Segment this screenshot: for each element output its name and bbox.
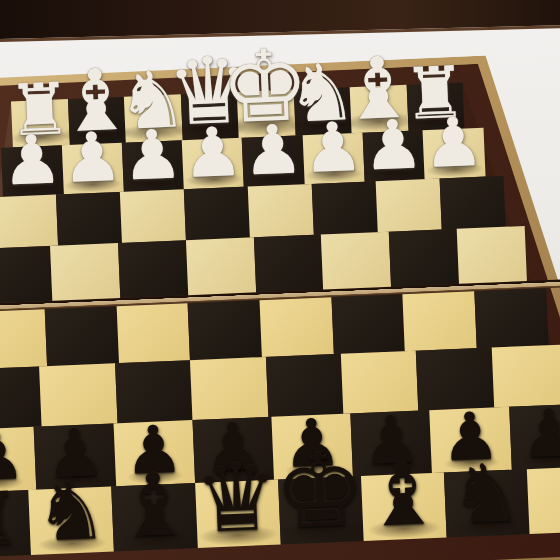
square-b4[interactable] xyxy=(45,306,119,366)
square-f7[interactable]: ♟ xyxy=(302,133,364,184)
black-bishop[interactable]: ♝ xyxy=(113,461,195,551)
square-c4[interactable] xyxy=(116,303,190,363)
square-f6[interactable] xyxy=(312,181,378,235)
square-b6[interactable] xyxy=(56,192,122,246)
square-d5[interactable] xyxy=(186,238,256,295)
square-b7[interactable]: ♟ xyxy=(61,143,123,194)
black-knight[interactable]: ♞ xyxy=(33,470,109,554)
square-h4[interactable] xyxy=(474,288,548,348)
square-h1[interactable] xyxy=(526,465,560,534)
square-g4[interactable] xyxy=(403,291,477,351)
white-pawn[interactable]: ♟ xyxy=(361,110,425,180)
chessboard: ♜♝♞♛♚♞♝♜♟♟♟♟♟♟♟♟♟♟♟♟♟♟♟♟♜♞♝♛♚♝♞ xyxy=(0,79,560,549)
white-pawn[interactable]: ♟ xyxy=(60,123,124,193)
square-f4[interactable] xyxy=(331,294,405,354)
square-g6[interactable] xyxy=(376,178,442,232)
white-pawn[interactable]: ♟ xyxy=(422,107,486,177)
square-e6[interactable] xyxy=(248,184,314,238)
square-h5[interactable] xyxy=(457,226,527,283)
white-pawn[interactable]: ♟ xyxy=(0,125,64,195)
square-h7[interactable]: ♟ xyxy=(423,128,485,179)
square-d4[interactable] xyxy=(188,300,262,360)
black-knight[interactable]: ♞ xyxy=(448,453,524,537)
square-e5[interactable] xyxy=(253,235,323,292)
white-pawn[interactable]: ♟ xyxy=(301,113,365,183)
white-pawn[interactable]: ♟ xyxy=(121,120,185,190)
square-h6[interactable] xyxy=(440,176,506,230)
black-rook[interactable]: ♜ xyxy=(0,482,23,558)
chess-photo-scene: ♜♝♞♛♚♞♝♜♟♟♟♟♟♟♟♟♟♟♟♟♟♟♟♟♜♞♝♛♚♝♞ xyxy=(0,0,560,560)
square-a5[interactable] xyxy=(0,246,52,303)
square-f1[interactable]: ♝ xyxy=(360,472,446,541)
square-a7[interactable]: ♟ xyxy=(1,145,63,196)
black-bishop[interactable]: ♝ xyxy=(362,450,444,540)
square-a4[interactable] xyxy=(0,309,47,369)
square-d1[interactable]: ♛ xyxy=(195,479,281,548)
square-a1[interactable]: ♜ xyxy=(0,490,31,559)
square-c7[interactable]: ♟ xyxy=(122,140,184,191)
board-squares: ♜♝♞♛♚♞♝♜♟♟♟♟♟♟♟♟♟♟♟♟♟♟♟♟♜♞♝♛♚♝♞ xyxy=(0,79,560,549)
square-d7[interactable]: ♟ xyxy=(182,138,244,189)
square-a6[interactable] xyxy=(0,194,58,248)
square-b5[interactable] xyxy=(50,243,120,300)
black-king[interactable]: ♚ xyxy=(272,438,368,544)
white-pawn[interactable]: ♟ xyxy=(241,115,305,185)
black-queen[interactable]: ♛ xyxy=(193,450,281,547)
square-e1[interactable]: ♚ xyxy=(278,476,364,545)
square-d6[interactable] xyxy=(184,186,250,240)
square-e7[interactable]: ♟ xyxy=(242,135,304,186)
square-c6[interactable] xyxy=(120,189,186,243)
square-e4[interactable] xyxy=(260,297,334,357)
square-g5[interactable] xyxy=(389,229,459,286)
square-c5[interactable] xyxy=(118,241,188,298)
square-c1[interactable]: ♝ xyxy=(112,483,198,552)
square-g7[interactable]: ♟ xyxy=(363,130,425,181)
square-b1[interactable]: ♞ xyxy=(29,486,115,555)
square-f5[interactable] xyxy=(321,232,391,289)
black-pawn[interactable]: ♟ xyxy=(519,400,560,468)
square-g1[interactable]: ♞ xyxy=(443,469,529,538)
white-pawn[interactable]: ♟ xyxy=(181,118,245,188)
